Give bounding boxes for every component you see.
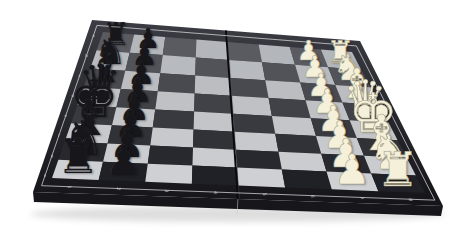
board-square bbox=[233, 114, 275, 134]
coordinate-label-bottom: 3 bbox=[164, 189, 169, 192]
board-square bbox=[230, 78, 268, 98]
board-square bbox=[158, 73, 196, 93]
board-square bbox=[155, 91, 194, 111]
board-square bbox=[65, 123, 112, 143]
board-square bbox=[272, 116, 316, 136]
board-square bbox=[71, 105, 116, 125]
board-square bbox=[192, 166, 239, 186]
board-square bbox=[279, 152, 327, 172]
board-square bbox=[321, 154, 371, 174]
board-square bbox=[90, 50, 129, 71]
board-square bbox=[196, 40, 229, 60]
board-square bbox=[103, 144, 150, 164]
board-square bbox=[232, 96, 272, 116]
coordinate-label-bottom: 6 bbox=[310, 195, 315, 198]
board-square bbox=[316, 136, 364, 156]
coordinate-label-bottom: 4 bbox=[213, 191, 218, 194]
coordinate-label-left: g bbox=[51, 153, 54, 158]
coordinate-label-bottom: 8 bbox=[408, 198, 413, 201]
board-square bbox=[148, 146, 193, 166]
coordinate-label-left: b bbox=[85, 53, 88, 58]
board-square bbox=[259, 45, 295, 65]
board-square bbox=[153, 109, 194, 129]
board-square bbox=[108, 125, 153, 145]
board-square bbox=[112, 107, 155, 127]
board-square bbox=[194, 112, 235, 132]
board-square bbox=[195, 76, 232, 96]
coordinate-label-left: h bbox=[44, 173, 47, 178]
coordinate-label-left: c bbox=[79, 73, 81, 78]
board-square bbox=[52, 160, 103, 180]
coordinate-label-bottom: 7 bbox=[359, 196, 364, 199]
board-square bbox=[116, 89, 157, 109]
coordinate-label-bottom: 5 bbox=[262, 193, 267, 196]
board-square bbox=[269, 98, 311, 118]
board-square bbox=[84, 69, 125, 90]
board-square bbox=[160, 55, 196, 75]
coordinate-label-bottom: 1 bbox=[67, 186, 72, 189]
board-square bbox=[78, 87, 121, 107]
board-square bbox=[125, 53, 163, 74]
board-square bbox=[193, 130, 236, 150]
board-square bbox=[265, 80, 305, 100]
board-square bbox=[130, 35, 166, 56]
board-square bbox=[58, 142, 107, 162]
board-square bbox=[311, 118, 357, 138]
board-square bbox=[194, 94, 233, 114]
board-square bbox=[228, 42, 262, 62]
board-square bbox=[282, 170, 332, 190]
board-square bbox=[97, 32, 135, 53]
chess-set-product-photo: 12345678abcdefgh ♜♟♟♜♞♟♟♞♝♟♟♝♛♟♟♛♚♟♟♚♝♟♟… bbox=[0, 0, 450, 244]
board-square bbox=[195, 58, 230, 78]
board-square bbox=[275, 134, 321, 154]
board-square bbox=[229, 60, 265, 80]
board-square bbox=[192, 148, 237, 168]
board-square bbox=[236, 150, 282, 170]
coordinate-label-bottom: 2 bbox=[116, 187, 121, 190]
board-square bbox=[163, 37, 197, 58]
board-square bbox=[327, 171, 379, 191]
board-square bbox=[99, 162, 148, 182]
coordinate-label-left: d bbox=[71, 93, 74, 98]
board-square bbox=[234, 132, 278, 152]
board-square bbox=[262, 62, 300, 82]
board-square bbox=[237, 168, 285, 188]
board-square bbox=[121, 71, 160, 91]
board-square bbox=[145, 164, 192, 184]
chess-board: 12345678abcdefgh bbox=[0, 0, 450, 244]
board-square bbox=[150, 127, 193, 147]
